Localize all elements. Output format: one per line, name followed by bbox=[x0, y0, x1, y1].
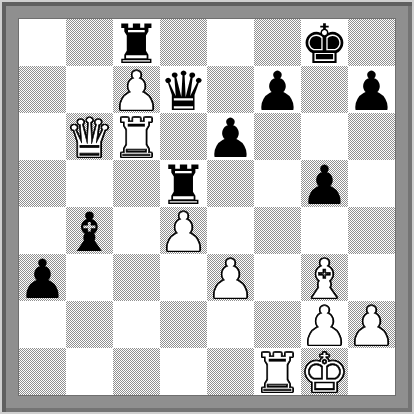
square-b6[interactable]: ♛ bbox=[66, 113, 113, 160]
square-e6[interactable]: ♟ bbox=[207, 113, 254, 160]
square-c3[interactable] bbox=[113, 254, 160, 301]
square-a5[interactable] bbox=[19, 160, 66, 207]
white-rook: ♜ bbox=[253, 347, 301, 401]
black-pawn: ♟ bbox=[253, 65, 301, 119]
square-f4[interactable] bbox=[254, 207, 301, 254]
square-f7[interactable]: ♟ bbox=[254, 66, 301, 113]
square-d4[interactable]: ♟ bbox=[160, 207, 207, 254]
square-g1[interactable]: ♚ bbox=[301, 348, 348, 395]
square-e1[interactable] bbox=[207, 348, 254, 395]
square-g8[interactable]: ♚ bbox=[301, 19, 348, 66]
black-queen: ♛ bbox=[159, 65, 207, 119]
square-a3[interactable]: ♟ bbox=[19, 254, 66, 301]
square-c1[interactable] bbox=[113, 348, 160, 395]
square-c6[interactable]: ♜ bbox=[113, 113, 160, 160]
square-c4[interactable] bbox=[113, 207, 160, 254]
square-g5[interactable]: ♟ bbox=[301, 160, 348, 207]
square-a7[interactable] bbox=[19, 66, 66, 113]
square-h2[interactable]: ♟ bbox=[348, 301, 395, 348]
square-h4[interactable] bbox=[348, 207, 395, 254]
black-pawn: ♟ bbox=[300, 159, 348, 213]
square-f3[interactable] bbox=[254, 254, 301, 301]
square-d1[interactable] bbox=[160, 348, 207, 395]
white-king: ♚ bbox=[300, 347, 348, 401]
white-rook: ♜ bbox=[112, 112, 160, 166]
board-frame: ♜♚♟♛♟♟♛♜♟♜♟♝♟♟♟♝♟♟♜♚ bbox=[0, 0, 414, 414]
white-pawn: ♟ bbox=[206, 253, 254, 307]
square-e3[interactable]: ♟ bbox=[207, 254, 254, 301]
square-a8[interactable] bbox=[19, 19, 66, 66]
square-a1[interactable] bbox=[19, 348, 66, 395]
square-c2[interactable] bbox=[113, 301, 160, 348]
square-a6[interactable] bbox=[19, 113, 66, 160]
black-pawn: ♟ bbox=[347, 65, 395, 119]
square-f1[interactable]: ♜ bbox=[254, 348, 301, 395]
square-b2[interactable] bbox=[66, 301, 113, 348]
square-b8[interactable] bbox=[66, 19, 113, 66]
black-bishop: ♝ bbox=[65, 206, 113, 260]
black-pawn: ♟ bbox=[18, 253, 66, 307]
square-f5[interactable] bbox=[254, 160, 301, 207]
square-h5[interactable] bbox=[348, 160, 395, 207]
square-h7[interactable]: ♟ bbox=[348, 66, 395, 113]
square-b4[interactable]: ♝ bbox=[66, 207, 113, 254]
white-queen: ♛ bbox=[65, 112, 113, 166]
square-d7[interactable]: ♛ bbox=[160, 66, 207, 113]
white-pawn: ♟ bbox=[347, 300, 395, 354]
square-e8[interactable] bbox=[207, 19, 254, 66]
square-d2[interactable] bbox=[160, 301, 207, 348]
black-king: ♚ bbox=[300, 18, 348, 72]
white-pawn: ♟ bbox=[159, 206, 207, 260]
chess-board: ♜♚♟♛♟♟♛♜♟♜♟♝♟♟♟♝♟♟♜♚ bbox=[19, 19, 395, 395]
square-b1[interactable] bbox=[66, 348, 113, 395]
black-pawn: ♟ bbox=[206, 112, 254, 166]
